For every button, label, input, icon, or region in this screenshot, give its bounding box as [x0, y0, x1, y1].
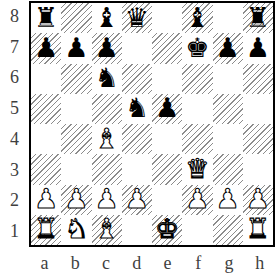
- rank-label-7: 7: [0, 32, 29, 63]
- black-knight-c6: ♞: [95, 64, 119, 91]
- square-e7[interactable]: [152, 33, 182, 63]
- black-pawn-h7: ♟: [246, 34, 270, 61]
- square-h1[interactable]: ♜: [243, 215, 273, 245]
- square-c1[interactable]: ♝: [92, 215, 122, 245]
- rank-labels: 87654321: [0, 1, 29, 247]
- square-e1[interactable]: ♚: [152, 215, 182, 245]
- rank-label-6: 6: [0, 63, 29, 94]
- square-d7[interactable]: [122, 33, 152, 63]
- square-f8[interactable]: ♝: [182, 3, 212, 33]
- black-pawn-b7: ♟: [64, 34, 88, 61]
- square-c2[interactable]: ♟: [92, 185, 122, 215]
- file-label-f: f: [183, 249, 214, 278]
- square-b2[interactable]: ♟: [61, 185, 91, 215]
- square-e5[interactable]: ♟: [152, 94, 182, 124]
- square-a7[interactable]: ♟: [31, 33, 61, 63]
- square-b8[interactable]: [61, 3, 91, 33]
- white-pawn-c2: ♟: [95, 185, 119, 212]
- square-e2[interactable]: [152, 185, 182, 215]
- file-labels: abcdefgh: [29, 249, 275, 278]
- square-d2[interactable]: ♟: [122, 185, 152, 215]
- square-g4[interactable]: [213, 124, 243, 154]
- square-h5[interactable]: [243, 94, 273, 124]
- square-e6[interactable]: [152, 64, 182, 94]
- square-a1[interactable]: ♜: [31, 215, 61, 245]
- black-bishop-f8: ♝: [185, 4, 209, 31]
- square-d8[interactable]: ♛: [122, 3, 152, 33]
- file-label-c: c: [91, 249, 122, 278]
- square-a2[interactable]: ♟: [31, 185, 61, 215]
- square-b5[interactable]: [61, 94, 91, 124]
- white-pawn-d2: ♟: [125, 185, 149, 212]
- file-label-d: d: [121, 249, 152, 278]
- square-h3[interactable]: [243, 154, 273, 184]
- white-queen-f3: ♛: [185, 155, 209, 182]
- white-pawn-b2: ♟: [64, 185, 88, 212]
- square-c6[interactable]: ♞: [92, 64, 122, 94]
- square-d6[interactable]: [122, 64, 152, 94]
- square-e3[interactable]: [152, 154, 182, 184]
- square-c4[interactable]: ♝: [92, 124, 122, 154]
- square-f6[interactable]: [182, 64, 212, 94]
- white-pawn-f2: ♟: [185, 185, 209, 212]
- square-g6[interactable]: [213, 64, 243, 94]
- square-f4[interactable]: [182, 124, 212, 154]
- rank-label-8: 8: [0, 1, 29, 32]
- white-pawn-h2: ♟: [246, 185, 270, 212]
- file-label-a: a: [29, 249, 60, 278]
- black-rook-a8: ♜: [34, 4, 58, 31]
- chess-board: ♜♝♛♝♜♟♟♟♚♟♟♞♞♟♝♛♟♟♟♟♟♟♟♜♞♝♚♜: [29, 1, 275, 247]
- white-rook-a1: ♜: [34, 215, 58, 242]
- square-g8[interactable]: [213, 3, 243, 33]
- white-king-e1: ♚: [155, 215, 179, 242]
- square-d3[interactable]: [122, 154, 152, 184]
- black-bishop-c8: ♝: [95, 4, 119, 31]
- rank-label-4: 4: [0, 124, 29, 155]
- rank-label-2: 2: [0, 186, 29, 217]
- square-d4[interactable]: [122, 124, 152, 154]
- black-rook-h8: ♜: [246, 4, 270, 31]
- square-a5[interactable]: [31, 94, 61, 124]
- black-king-f7: ♚: [185, 34, 209, 61]
- black-pawn-a7: ♟: [34, 34, 58, 61]
- square-a6[interactable]: [31, 64, 61, 94]
- square-f7[interactable]: ♚: [182, 33, 212, 63]
- square-h8[interactable]: ♜: [243, 3, 273, 33]
- square-c5[interactable]: [92, 94, 122, 124]
- square-g3[interactable]: [213, 154, 243, 184]
- white-knight-b1: ♞: [64, 215, 88, 242]
- square-b6[interactable]: [61, 64, 91, 94]
- square-g1[interactable]: [213, 215, 243, 245]
- square-b7[interactable]: ♟: [61, 33, 91, 63]
- chess-diagram: 87654321 ♜♝♛♝♜♟♟♟♚♟♟♞♞♟♝♛♟♟♟♟♟♟♟♜♞♝♚♜ ab…: [0, 0, 279, 280]
- white-bishop-c1: ♝: [95, 215, 119, 242]
- square-a4[interactable]: [31, 124, 61, 154]
- white-rook-h1: ♜: [246, 215, 270, 242]
- square-c7[interactable]: ♟: [92, 33, 122, 63]
- square-d5[interactable]: ♞: [122, 94, 152, 124]
- square-f5[interactable]: [182, 94, 212, 124]
- square-c8[interactable]: ♝: [92, 3, 122, 33]
- square-b3[interactable]: [61, 154, 91, 184]
- square-a3[interactable]: [31, 154, 61, 184]
- file-label-b: b: [60, 249, 91, 278]
- file-label-g: g: [214, 249, 245, 278]
- square-f3[interactable]: ♛: [182, 154, 212, 184]
- square-d1[interactable]: [122, 215, 152, 245]
- square-a8[interactable]: ♜: [31, 3, 61, 33]
- square-h7[interactable]: ♟: [243, 33, 273, 63]
- white-bishop-c4: ♝: [95, 125, 119, 152]
- rank-label-3: 3: [0, 155, 29, 186]
- square-h4[interactable]: [243, 124, 273, 154]
- square-e4[interactable]: [152, 124, 182, 154]
- white-pawn-a2: ♟: [34, 185, 58, 212]
- square-f2[interactable]: ♟: [182, 185, 212, 215]
- black-pawn-g7: ♟: [216, 34, 240, 61]
- black-pawn-c7: ♟: [95, 34, 119, 61]
- square-b4[interactable]: [61, 124, 91, 154]
- black-pawn-e5: ♟: [155, 94, 179, 121]
- square-h2[interactable]: ♟: [243, 185, 273, 215]
- square-f1[interactable]: [182, 215, 212, 245]
- square-b1[interactable]: ♞: [61, 215, 91, 245]
- black-queen-d8: ♛: [125, 4, 149, 31]
- square-g7[interactable]: ♟: [213, 33, 243, 63]
- white-pawn-g2: ♟: [216, 185, 240, 212]
- black-knight-d5: ♞: [125, 94, 149, 121]
- square-h6[interactable]: [243, 64, 273, 94]
- rank-label-5: 5: [0, 93, 29, 124]
- rank-label-1: 1: [0, 216, 29, 247]
- square-c3[interactable]: [92, 154, 122, 184]
- file-label-e: e: [152, 249, 183, 278]
- square-e8[interactable]: [152, 3, 182, 33]
- square-g5[interactable]: [213, 94, 243, 124]
- file-label-h: h: [244, 249, 275, 278]
- square-g2[interactable]: ♟: [213, 185, 243, 215]
